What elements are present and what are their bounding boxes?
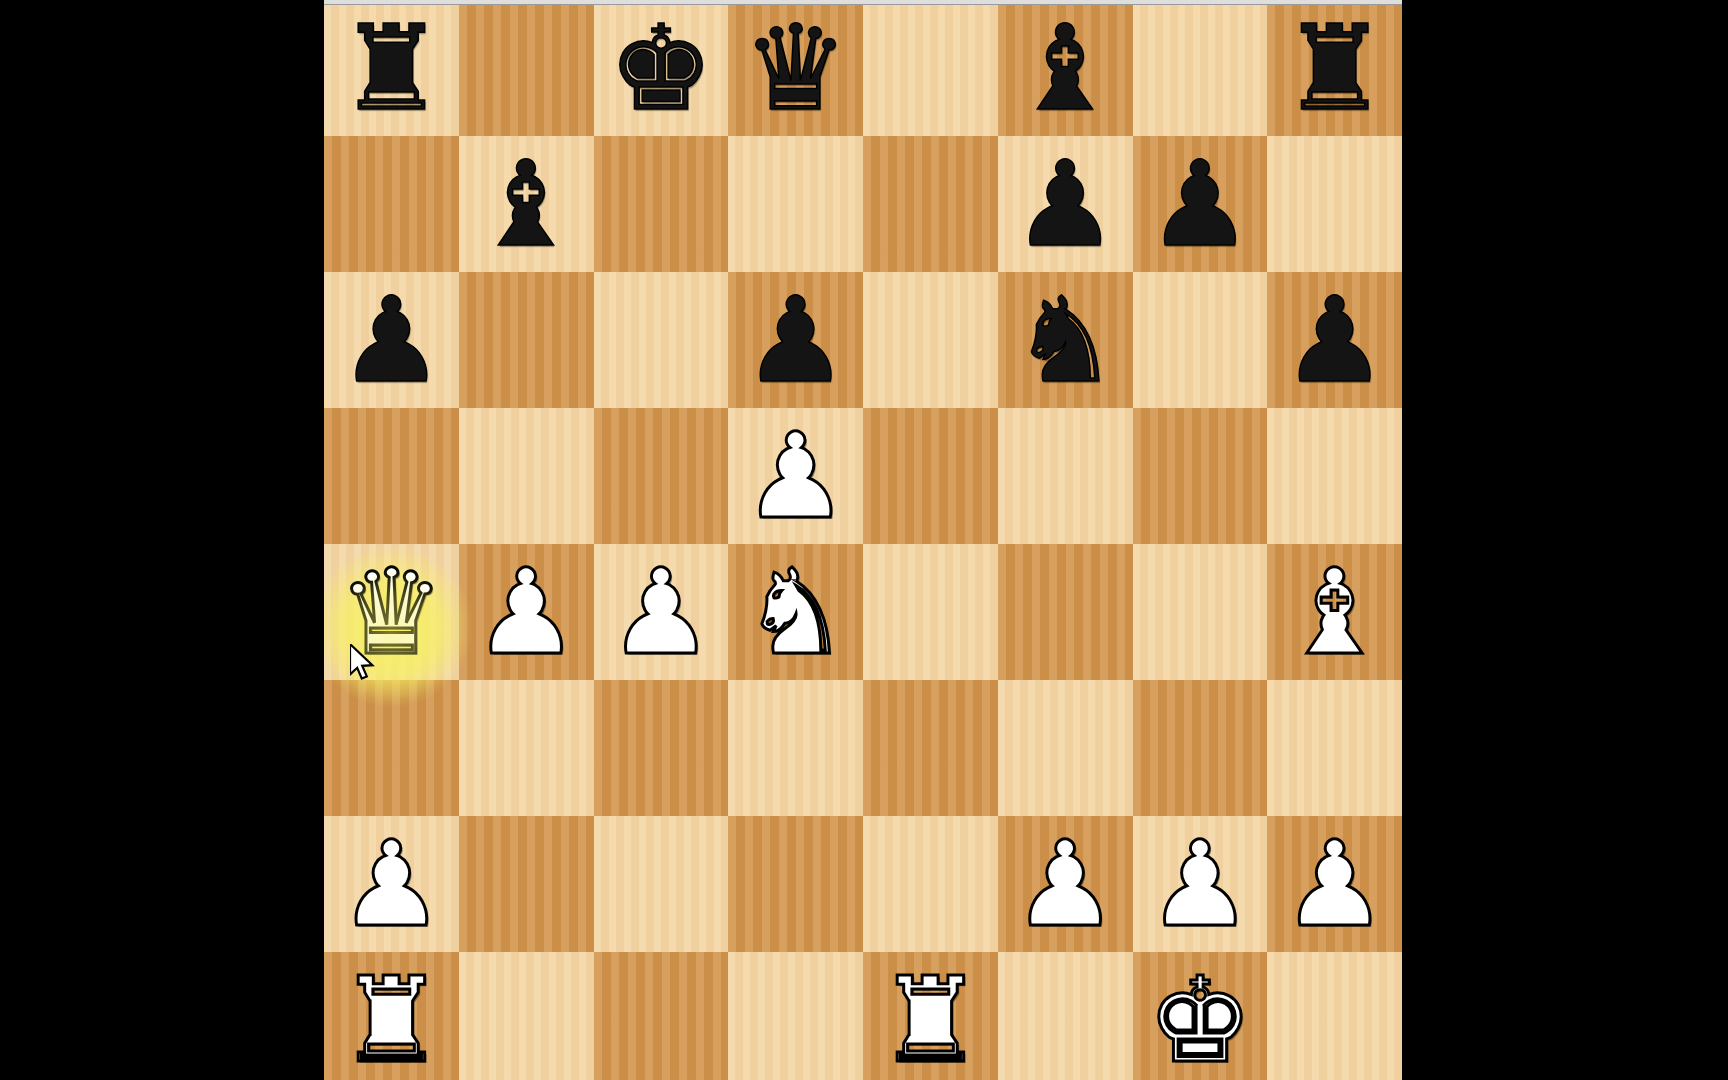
black-pawn[interactable]: ♟ — [324, 272, 459, 408]
square-b3[interactable] — [459, 680, 594, 816]
black-pawn[interactable]: ♟ — [728, 272, 863, 408]
square-e3[interactable] — [863, 680, 998, 816]
square-d8[interactable]: ♛ — [728, 0, 863, 136]
black-pawn[interactable]: ♟ — [1267, 272, 1402, 408]
square-a8[interactable]: ♜ — [324, 0, 459, 136]
square-g2[interactable]: ♟ — [1133, 816, 1268, 952]
square-h6[interactable]: ♟ — [1267, 272, 1402, 408]
white-queen[interactable]: ♛ — [324, 544, 459, 680]
white-rook[interactable]: ♜ — [324, 952, 459, 1080]
square-c5[interactable] — [594, 408, 729, 544]
square-g8[interactable] — [1133, 0, 1268, 136]
square-c6[interactable] — [594, 272, 729, 408]
white-pawn[interactable]: ♟ — [1133, 816, 1268, 952]
black-rook[interactable]: ♜ — [1267, 0, 1402, 136]
square-f1[interactable] — [998, 952, 1133, 1080]
black-bishop[interactable]: ♝ — [998, 0, 1133, 136]
white-bishop[interactable]: ♝ — [1267, 544, 1402, 680]
white-pawn[interactable]: ♟ — [1267, 816, 1402, 952]
letterbox-left — [0, 0, 324, 1080]
black-king[interactable]: ♚ — [594, 0, 729, 136]
white-king[interactable]: ♚ — [1133, 952, 1268, 1080]
board-top-edge — [324, 0, 1402, 5]
square-b5[interactable] — [459, 408, 594, 544]
square-f4[interactable] — [998, 544, 1133, 680]
square-e8[interactable] — [863, 0, 998, 136]
square-a7[interactable] — [324, 136, 459, 272]
square-d3[interactable] — [728, 680, 863, 816]
square-c7[interactable] — [594, 136, 729, 272]
black-queen[interactable]: ♛ — [728, 0, 863, 136]
letterbox-right — [1402, 0, 1728, 1080]
white-pawn[interactable]: ♟ — [594, 544, 729, 680]
square-b7[interactable]: ♝ — [459, 136, 594, 272]
screenshot-stage: ♜♚♛♝♜♝♟♟♟♟♞♟♟♛♟♟♞♝♟♟♟♟♜♜♚ — [0, 0, 1728, 1080]
square-d5[interactable]: ♟ — [728, 408, 863, 544]
square-h4[interactable]: ♝ — [1267, 544, 1402, 680]
square-c2[interactable] — [594, 816, 729, 952]
black-pawn[interactable]: ♟ — [998, 136, 1133, 272]
square-h3[interactable] — [1267, 680, 1402, 816]
square-d2[interactable] — [728, 816, 863, 952]
square-f5[interactable] — [998, 408, 1133, 544]
square-f3[interactable] — [998, 680, 1133, 816]
chess-board[interactable]: ♜♚♛♝♜♝♟♟♟♟♞♟♟♛♟♟♞♝♟♟♟♟♜♜♚ — [324, 0, 1402, 1080]
black-bishop[interactable]: ♝ — [459, 136, 594, 272]
black-rook[interactable]: ♜ — [324, 0, 459, 136]
square-g1[interactable]: ♚ — [1133, 952, 1268, 1080]
square-f2[interactable]: ♟ — [998, 816, 1133, 952]
square-a5[interactable] — [324, 408, 459, 544]
square-e4[interactable] — [863, 544, 998, 680]
square-g4[interactable] — [1133, 544, 1268, 680]
square-e7[interactable] — [863, 136, 998, 272]
square-a6[interactable]: ♟ — [324, 272, 459, 408]
square-b2[interactable] — [459, 816, 594, 952]
square-b1[interactable] — [459, 952, 594, 1080]
black-knight[interactable]: ♞ — [998, 272, 1133, 408]
square-e2[interactable] — [863, 816, 998, 952]
square-c8[interactable]: ♚ — [594, 0, 729, 136]
square-a1[interactable]: ♜ — [324, 952, 459, 1080]
square-g5[interactable] — [1133, 408, 1268, 544]
square-f6[interactable]: ♞ — [998, 272, 1133, 408]
square-f8[interactable]: ♝ — [998, 0, 1133, 136]
square-h1[interactable] — [1267, 952, 1402, 1080]
square-c4[interactable]: ♟ — [594, 544, 729, 680]
square-d6[interactable]: ♟ — [728, 272, 863, 408]
square-d4[interactable]: ♞ — [728, 544, 863, 680]
square-e1[interactable]: ♜ — [863, 952, 998, 1080]
square-e5[interactable] — [863, 408, 998, 544]
square-g6[interactable] — [1133, 272, 1268, 408]
square-e6[interactable] — [863, 272, 998, 408]
square-a4[interactable]: ♛ — [324, 544, 459, 680]
white-pawn[interactable]: ♟ — [998, 816, 1133, 952]
square-b4[interactable]: ♟ — [459, 544, 594, 680]
square-c1[interactable] — [594, 952, 729, 1080]
square-h7[interactable] — [1267, 136, 1402, 272]
white-pawn[interactable]: ♟ — [728, 408, 863, 544]
square-h8[interactable]: ♜ — [1267, 0, 1402, 136]
square-c3[interactable] — [594, 680, 729, 816]
square-a2[interactable]: ♟ — [324, 816, 459, 952]
white-rook[interactable]: ♜ — [863, 952, 998, 1080]
white-pawn[interactable]: ♟ — [459, 544, 594, 680]
white-knight[interactable]: ♞ — [728, 544, 863, 680]
square-b6[interactable] — [459, 272, 594, 408]
square-d1[interactable] — [728, 952, 863, 1080]
square-h2[interactable]: ♟ — [1267, 816, 1402, 952]
square-f7[interactable]: ♟ — [998, 136, 1133, 272]
white-pawn[interactable]: ♟ — [324, 816, 459, 952]
black-pawn[interactable]: ♟ — [1133, 136, 1268, 272]
square-g7[interactable]: ♟ — [1133, 136, 1268, 272]
square-d7[interactable] — [728, 136, 863, 272]
square-h5[interactable] — [1267, 408, 1402, 544]
square-g3[interactable] — [1133, 680, 1268, 816]
square-b8[interactable] — [459, 0, 594, 136]
